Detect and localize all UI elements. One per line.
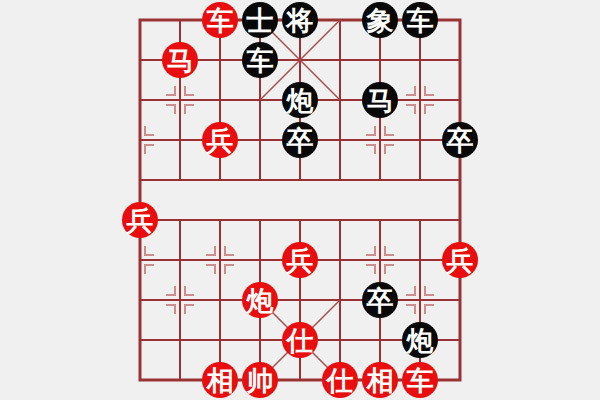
piece-red-soldier-3[interactable]: 兵	[282, 242, 318, 278]
piece-black-soldier-3[interactable]: 卒	[362, 282, 398, 318]
piece-black-chariot-2[interactable]: 车	[242, 42, 278, 78]
piece-black-chariot-1[interactable]: 车	[402, 2, 438, 38]
pieces-layer: 车马兵兵兵兵炮仕相帅仕相车士将象车车炮马卒卒卒炮	[0, 0, 600, 400]
piece-red-chariot-2[interactable]: 车	[402, 362, 438, 398]
xiangqi-app: 车马兵兵兵兵炮仕相帅仕相车士将象车车炮马卒卒卒炮	[0, 0, 600, 400]
piece-black-cannon-1[interactable]: 炮	[282, 82, 318, 118]
piece-black-horse[interactable]: 马	[362, 82, 398, 118]
piece-black-general[interactable]: 将	[282, 2, 318, 38]
piece-red-elephant-1[interactable]: 相	[202, 362, 238, 398]
piece-red-horse[interactable]: 马	[162, 42, 198, 78]
piece-red-general[interactable]: 帅	[242, 362, 278, 398]
piece-red-advisor-1[interactable]: 仕	[282, 322, 318, 358]
piece-black-soldier-1[interactable]: 卒	[282, 122, 318, 158]
piece-red-cannon[interactable]: 炮	[242, 282, 278, 318]
piece-black-soldier-2[interactable]: 卒	[442, 122, 478, 158]
piece-red-advisor-2[interactable]: 仕	[322, 362, 358, 398]
piece-black-advisor[interactable]: 士	[242, 2, 278, 38]
piece-red-chariot-1[interactable]: 车	[202, 2, 238, 38]
piece-red-elephant-2[interactable]: 相	[362, 362, 398, 398]
piece-red-soldier-4[interactable]: 兵	[442, 242, 478, 278]
piece-black-cannon-2[interactable]: 炮	[402, 322, 438, 358]
piece-black-elephant[interactable]: 象	[362, 2, 398, 38]
piece-red-soldier-2[interactable]: 兵	[122, 202, 158, 238]
piece-red-soldier-1[interactable]: 兵	[202, 122, 238, 158]
